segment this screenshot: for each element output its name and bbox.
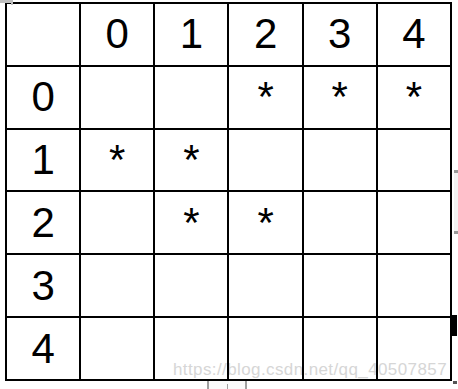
cell-r2-c1: * (155, 192, 229, 255)
ui-fragment-bottom-center-tick (227, 384, 228, 389)
cell-r4-c4 (378, 318, 452, 381)
scrollbar-tick-top (454, 170, 458, 173)
cell-r0-c1 (155, 67, 229, 130)
cell-r0-c3: * (304, 67, 378, 130)
cell-r1-c4 (378, 130, 452, 193)
cell-r1-c2 (229, 130, 303, 193)
matrix-grid: 0 1 2 3 4 0 * * * 1 * * 2 * * 3 4 (5, 2, 452, 381)
col-header-1: 1 (155, 4, 229, 67)
cell-r1-c3 (304, 130, 378, 193)
cell-r3-c2 (229, 255, 303, 318)
cell-r0-c0 (81, 67, 155, 130)
col-header-0: 0 (81, 4, 155, 67)
cell-r1-c0: * (81, 130, 155, 193)
cell-r2-c0 (81, 192, 155, 255)
ui-fragment-bottom-right (453, 381, 457, 384)
scrollbar-tick-bottom (454, 231, 458, 234)
cell-r2-c2: * (229, 192, 303, 255)
cell-r0-c4: * (378, 67, 452, 130)
row-header-2: 2 (7, 192, 81, 255)
row-header-4: 4 (7, 318, 81, 381)
cell-r0-c2: * (229, 67, 303, 130)
cell-r1-c1: * (155, 130, 229, 193)
col-header-3: 3 (304, 4, 378, 67)
row-header-1: 1 (7, 130, 81, 193)
cell-r2-c4 (378, 192, 452, 255)
cell-r4-c1 (155, 318, 229, 381)
cell-r4-c3 (304, 318, 378, 381)
cell-r2-c3 (304, 192, 378, 255)
corner-cell (7, 4, 81, 67)
cell-r4-c2 (229, 318, 303, 381)
col-header-4: 4 (378, 4, 452, 67)
cell-r3-c1 (155, 255, 229, 318)
row-header-3: 3 (7, 255, 81, 318)
cell-r3-c0 (81, 255, 155, 318)
row-header-0: 0 (7, 67, 81, 130)
cell-r3-c4 (378, 255, 452, 318)
cell-r3-c3 (304, 255, 378, 318)
window-edge-fragment-top-left-v (11, 0, 13, 5)
cell-r4-c0 (81, 318, 155, 381)
cursor-bar-fragment-right (452, 315, 457, 336)
scrollbar-fragment-right (454, 170, 458, 234)
col-header-2: 2 (229, 4, 303, 67)
screenshot-root: https://blog.csdn.net/qq_40507857 0 1 2 … (0, 0, 458, 389)
